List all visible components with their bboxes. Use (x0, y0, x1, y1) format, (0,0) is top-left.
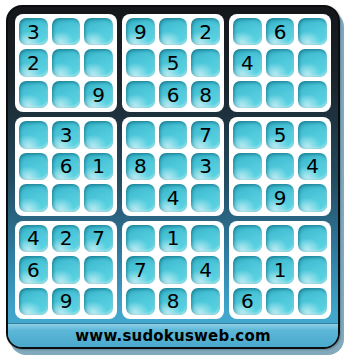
cell-r5c3[interactable]: 1 (84, 153, 113, 180)
cell-r7c3[interactable]: 7 (84, 225, 113, 252)
cell-r2c4[interactable] (126, 49, 155, 76)
cell-r7c2[interactable]: 2 (52, 225, 81, 252)
cell-r7c5[interactable]: 1 (159, 225, 188, 252)
cell-r4c9[interactable] (298, 121, 327, 148)
cell-r8c2[interactable] (52, 256, 81, 283)
cell-r4c2[interactable]: 3 (52, 121, 81, 148)
cell-r1c5[interactable] (159, 18, 188, 45)
cell-r3c6[interactable]: 8 (191, 81, 220, 108)
cell-r1c4[interactable]: 9 (126, 18, 155, 45)
cell-r9c5[interactable]: 8 (159, 288, 188, 315)
sudoku-frame: 3299256864361783454942769174816 www.sudo… (6, 5, 340, 349)
cell-r3c2[interactable] (52, 81, 81, 108)
sudoku-box-4: 361 (15, 117, 117, 215)
cell-r2c8[interactable] (266, 49, 295, 76)
sudoku-box-6: 549 (229, 117, 331, 215)
cell-r6c8[interactable]: 9 (266, 184, 295, 211)
cell-r4c4[interactable] (126, 121, 155, 148)
cell-r3c5[interactable]: 6 (159, 81, 188, 108)
cell-r9c4[interactable] (126, 288, 155, 315)
cell-r4c7[interactable] (233, 121, 262, 148)
cell-r6c9[interactable] (298, 184, 327, 211)
cell-r1c3[interactable] (84, 18, 113, 45)
sudoku-box-1: 329 (15, 14, 117, 112)
cell-r8c5[interactable] (159, 256, 188, 283)
sudoku-widget: 3299256864361783454942769174816 www.sudo… (0, 0, 350, 360)
sudoku-board: 3299256864361783454942769174816 (15, 14, 331, 319)
cell-r7c1[interactable]: 4 (19, 225, 48, 252)
sudoku-box-8: 1748 (122, 221, 224, 319)
cell-r7c4[interactable] (126, 225, 155, 252)
cell-r9c7[interactable]: 6 (233, 288, 262, 315)
cell-r8c8[interactable]: 1 (266, 256, 295, 283)
cell-r2c3[interactable] (84, 49, 113, 76)
cell-r6c7[interactable] (233, 184, 262, 211)
cell-r6c5[interactable]: 4 (159, 184, 188, 211)
cell-r3c7[interactable] (233, 81, 262, 108)
cell-r9c9[interactable] (298, 288, 327, 315)
cell-r6c4[interactable] (126, 184, 155, 211)
cell-r8c9[interactable] (298, 256, 327, 283)
cell-r9c1[interactable] (19, 288, 48, 315)
cell-r4c5[interactable] (159, 121, 188, 148)
cell-r1c7[interactable] (233, 18, 262, 45)
cell-r7c9[interactable] (298, 225, 327, 252)
cell-r1c8[interactable]: 6 (266, 18, 295, 45)
cell-r3c4[interactable] (126, 81, 155, 108)
cell-r7c7[interactable] (233, 225, 262, 252)
cell-r2c5[interactable]: 5 (159, 49, 188, 76)
cell-r6c3[interactable] (84, 184, 113, 211)
cell-r4c3[interactable] (84, 121, 113, 148)
cell-r2c2[interactable] (52, 49, 81, 76)
cell-r2c1[interactable]: 2 (19, 49, 48, 76)
cell-r9c6[interactable] (191, 288, 220, 315)
cell-r7c8[interactable] (266, 225, 295, 252)
cell-r5c6[interactable]: 3 (191, 153, 220, 180)
cell-r5c7[interactable] (233, 153, 262, 180)
cell-r7c6[interactable] (191, 225, 220, 252)
cell-r5c1[interactable] (19, 153, 48, 180)
cell-r5c4[interactable]: 8 (126, 153, 155, 180)
sudoku-box-9: 16 (229, 221, 331, 319)
cell-r5c8[interactable] (266, 153, 295, 180)
cell-r8c3[interactable] (84, 256, 113, 283)
cell-r2c9[interactable] (298, 49, 327, 76)
cell-r1c9[interactable] (298, 18, 327, 45)
website-link[interactable]: www.sudokusweb.com (75, 327, 270, 345)
sudoku-box-3: 64 (229, 14, 331, 112)
cell-r1c6[interactable]: 2 (191, 18, 220, 45)
cell-r9c3[interactable] (84, 288, 113, 315)
cell-r5c2[interactable]: 6 (52, 153, 81, 180)
cell-r4c6[interactable]: 7 (191, 121, 220, 148)
cell-r6c6[interactable] (191, 184, 220, 211)
cell-r8c4[interactable]: 7 (126, 256, 155, 283)
footer-bar: www.sudokusweb.com (8, 323, 338, 347)
cell-r3c9[interactable] (298, 81, 327, 108)
cell-r3c3[interactable]: 9 (84, 81, 113, 108)
cell-r3c8[interactable] (266, 81, 295, 108)
cell-r2c6[interactable] (191, 49, 220, 76)
cell-r2c7[interactable]: 4 (233, 49, 262, 76)
cell-r5c5[interactable] (159, 153, 188, 180)
cell-r9c8[interactable] (266, 288, 295, 315)
cell-r8c1[interactable]: 6 (19, 256, 48, 283)
cell-r5c9[interactable]: 4 (298, 153, 327, 180)
cell-r8c7[interactable] (233, 256, 262, 283)
cell-r1c2[interactable] (52, 18, 81, 45)
cell-r4c1[interactable] (19, 121, 48, 148)
cell-r3c1[interactable] (19, 81, 48, 108)
cell-r6c2[interactable] (52, 184, 81, 211)
sudoku-box-7: 42769 (15, 221, 117, 319)
cell-r9c2[interactable]: 9 (52, 288, 81, 315)
cell-r8c6[interactable]: 4 (191, 256, 220, 283)
cell-r4c8[interactable]: 5 (266, 121, 295, 148)
sudoku-box-5: 7834 (122, 117, 224, 215)
cell-r1c1[interactable]: 3 (19, 18, 48, 45)
sudoku-box-2: 92568 (122, 14, 224, 112)
cell-r6c1[interactable] (19, 184, 48, 211)
